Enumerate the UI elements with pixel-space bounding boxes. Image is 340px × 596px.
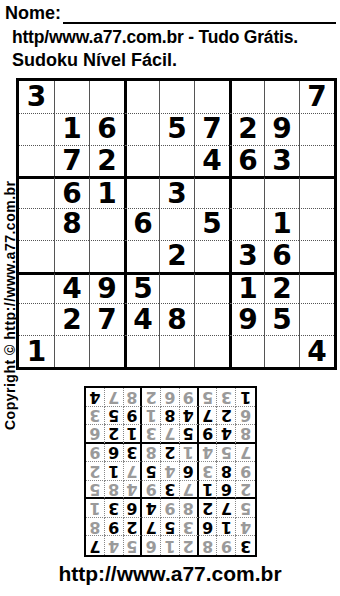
puzzle-cell-r1c5 — [159, 81, 194, 113]
solution-cell-r8c7: 9 — [124, 407, 143, 426]
puzzle-cell-r4c6 — [194, 176, 229, 208]
solution-cell-r8c9: 3 — [86, 407, 105, 426]
solution-cell-r1c9: 7 — [86, 536, 105, 555]
solution-cell-r3c5: 9 — [161, 499, 180, 518]
solution-cell-r5c9: 2 — [86, 462, 105, 481]
puzzle-cell-r6c8: 6 — [264, 240, 299, 272]
puzzle-cell-r7c4: 5 — [124, 272, 159, 304]
puzzle-cell-r3c1 — [19, 145, 54, 177]
solution-grid: 3982165474163572985728946312617394859836… — [84, 386, 257, 557]
solution-cell-r5c1: 9 — [236, 462, 255, 481]
puzzle-cell-r5c9 — [299, 208, 334, 240]
puzzle-cell-r9c3 — [89, 335, 124, 367]
sudoku-print-page: Nome: http/www.a77.com.br - Tudo Grátis.… — [0, 0, 340, 596]
puzzle-cell-r4c1 — [19, 176, 54, 208]
puzzle-cell-r6c3 — [89, 240, 124, 272]
puzzle-cell-r7c8: 2 — [264, 272, 299, 304]
puzzle-cell-r4c7 — [229, 176, 264, 208]
solution-cell-r3c9: 1 — [86, 499, 105, 518]
solution-cell-r9c2: 3 — [217, 388, 236, 407]
puzzle-cell-r8c3: 7 — [89, 303, 124, 335]
puzzle-cell-r8c8: 5 — [264, 303, 299, 335]
name-label: Nome: — [5, 2, 61, 24]
solution-cell-r4c8: 8 — [105, 481, 124, 500]
solution-cell-r4c4: 7 — [180, 481, 199, 500]
puzzle-cell-r9c2 — [54, 335, 89, 367]
puzzle-cell-r5c3 — [89, 208, 124, 240]
solution-cell-r7c6: 3 — [142, 425, 161, 444]
puzzle-cell-r1c3 — [89, 81, 124, 113]
solution-cell-r9c1: 1 — [236, 388, 255, 407]
solution-cell-r9c9: 4 — [86, 388, 105, 407]
puzzle-cell-r2c9 — [299, 113, 334, 145]
puzzle-cell-r2c1 — [19, 113, 54, 145]
solution-cell-r7c2: 4 — [217, 425, 236, 444]
puzzle-cell-r3c3: 2 — [89, 145, 124, 177]
solution-cell-r7c7: 1 — [124, 425, 143, 444]
puzzle-cell-r2c2: 1 — [54, 113, 89, 145]
solution-cell-r9c4: 9 — [180, 388, 199, 407]
puzzle-cell-r2c5: 5 — [159, 113, 194, 145]
puzzle-cell-r5c1 — [19, 208, 54, 240]
puzzle-cell-r1c6 — [194, 81, 229, 113]
solution-cell-r3c8: 3 — [105, 499, 124, 518]
solution-cell-r7c4: 5 — [180, 425, 199, 444]
solution-cell-r5c8: 1 — [105, 462, 124, 481]
solution-cell-r4c5: 3 — [161, 481, 180, 500]
puzzle-cell-r4c2: 6 — [54, 176, 89, 208]
solution-cell-r1c6: 6 — [142, 536, 161, 555]
puzzle-cell-r7c7: 1 — [229, 272, 264, 304]
solution-cell-r2c3: 6 — [199, 518, 218, 537]
puzzle-cell-r2c3: 6 — [89, 113, 124, 145]
puzzle-title: Sudoku Nível Fácil. — [12, 50, 177, 71]
solution-cell-r6c8: 6 — [105, 444, 124, 463]
puzzle-cell-r3c6: 4 — [194, 145, 229, 177]
solution-cell-r8c4: 4 — [180, 407, 199, 426]
solution-cell-r2c5: 5 — [161, 518, 180, 537]
puzzle-cell-r7c9 — [299, 272, 334, 304]
solution-cell-r8c3: 7 — [199, 407, 218, 426]
puzzle-cell-r1c8 — [264, 81, 299, 113]
solution-cell-r5c7: 7 — [124, 462, 143, 481]
solution-cell-r2c8: 9 — [105, 518, 124, 537]
solution-cell-r2c6: 7 — [142, 518, 161, 537]
solution-cell-r4c9: 5 — [86, 481, 105, 500]
puzzle-cell-r1c7 — [229, 81, 264, 113]
solution-cell-r5c4: 6 — [180, 462, 199, 481]
solution-cell-r9c7: 8 — [124, 388, 143, 407]
solution-cell-r9c3: 5 — [199, 388, 218, 407]
solution-cell-r8c1: 6 — [236, 407, 255, 426]
puzzle-cell-r6c6 — [194, 240, 229, 272]
puzzle-cell-r4c4 — [124, 176, 159, 208]
solution-cell-r1c7: 5 — [124, 536, 143, 555]
solution-cell-r1c8: 4 — [105, 536, 124, 555]
solution-cell-r4c2: 6 — [217, 481, 236, 500]
solution-cell-r7c9: 6 — [86, 425, 105, 444]
puzzle-cell-r3c8: 3 — [264, 145, 299, 177]
puzzle-cell-r8c1 — [19, 303, 54, 335]
solution-cell-r8c5: 8 — [161, 407, 180, 426]
solution-cell-r4c1: 2 — [236, 481, 255, 500]
puzzle-cell-r9c9: 4 — [299, 335, 334, 367]
solution-cell-r3c3: 2 — [199, 499, 218, 518]
puzzle-cell-r3c4 — [124, 145, 159, 177]
solution-cell-r7c8: 2 — [105, 425, 124, 444]
solution-cell-r6c4: 1 — [180, 444, 199, 463]
puzzle-cell-r5c6: 5 — [194, 208, 229, 240]
puzzle-cell-r5c7 — [229, 208, 264, 240]
puzzle-cell-r1c1: 3 — [19, 81, 54, 113]
puzzle-cell-r7c6 — [194, 272, 229, 304]
puzzle-cell-r9c6 — [194, 335, 229, 367]
solution-cell-r8c2: 2 — [217, 407, 236, 426]
solution-cell-r9c8: 7 — [105, 388, 124, 407]
puzzle-cell-r6c7: 3 — [229, 240, 264, 272]
solution-cell-r7c5: 7 — [161, 425, 180, 444]
solution-cell-r7c1: 8 — [236, 425, 255, 444]
name-underline — [63, 1, 336, 24]
puzzle-cell-r1c4 — [124, 81, 159, 113]
puzzle-cell-r8c9 — [299, 303, 334, 335]
solution-cell-r8c8: 5 — [105, 407, 124, 426]
puzzle-cell-r2c8: 9 — [264, 113, 299, 145]
solution-cell-r1c5: 1 — [161, 536, 180, 555]
solution-cell-r1c2: 9 — [217, 536, 236, 555]
solution-cell-r1c1: 3 — [236, 536, 255, 555]
puzzle-cell-r2c7: 2 — [229, 113, 264, 145]
solution-cell-r6c9: 9 — [86, 444, 105, 463]
solution-cell-r6c5: 2 — [161, 444, 180, 463]
puzzle-cell-r4c8 — [264, 176, 299, 208]
puzzle-cell-r8c5: 8 — [159, 303, 194, 335]
puzzle-cell-r3c5 — [159, 145, 194, 177]
solution-cell-r3c1: 5 — [236, 499, 255, 518]
puzzle-cell-r8c4: 4 — [124, 303, 159, 335]
puzzle-cell-r2c6: 7 — [194, 113, 229, 145]
puzzle-cell-r7c1 — [19, 272, 54, 304]
puzzle-cell-r5c8: 1 — [264, 208, 299, 240]
solution-cell-r4c3: 1 — [199, 481, 218, 500]
solution-cell-r6c3: 4 — [199, 444, 218, 463]
solution-cell-r9c5: 6 — [161, 388, 180, 407]
puzzle-cell-r4c3: 1 — [89, 176, 124, 208]
solution-cell-r6c7: 3 — [124, 444, 143, 463]
solution-cell-r6c6: 8 — [142, 444, 161, 463]
puzzle-cell-r9c1: 1 — [19, 335, 54, 367]
solution-cell-r2c9: 8 — [86, 518, 105, 537]
solution-cell-r5c6: 5 — [142, 462, 161, 481]
solution-cell-r3c4: 8 — [180, 499, 199, 518]
solution-cell-r4c6: 9 — [142, 481, 161, 500]
footer-url: http://www.a77.com.br — [0, 562, 340, 586]
puzzle-cell-r7c2: 4 — [54, 272, 89, 304]
puzzle-cell-r2c4 — [124, 113, 159, 145]
solution-cell-r1c3: 8 — [199, 536, 218, 555]
puzzle-cell-r7c5 — [159, 272, 194, 304]
solution-cell-r2c2: 1 — [217, 518, 236, 537]
solution-cell-r5c5: 4 — [161, 462, 180, 481]
puzzle-cell-r5c5 — [159, 208, 194, 240]
puzzle-cell-r1c9: 7 — [299, 81, 334, 113]
puzzle-cell-r9c7 — [229, 335, 264, 367]
puzzle-cell-r8c6 — [194, 303, 229, 335]
solution-cell-r2c4: 3 — [180, 518, 199, 537]
puzzle-cell-r6c1 — [19, 240, 54, 272]
puzzle-cell-r6c2 — [54, 240, 89, 272]
puzzle-cell-r9c4 — [124, 335, 159, 367]
solution-cell-r2c1: 4 — [236, 518, 255, 537]
solution-cell-r6c1: 7 — [236, 444, 255, 463]
solution-cell-r1c4: 2 — [180, 536, 199, 555]
puzzle-cell-r3c7: 6 — [229, 145, 264, 177]
puzzle-cell-r5c4: 6 — [124, 208, 159, 240]
puzzle-cell-r8c7: 9 — [229, 303, 264, 335]
puzzle-cell-r3c2: 7 — [54, 145, 89, 177]
site-url-line: http/www.a77.com.br - Tudo Grátis. — [12, 27, 298, 48]
puzzle-cell-r3c9 — [299, 145, 334, 177]
name-row: Nome: — [5, 2, 336, 24]
solution-cell-r3c2: 7 — [217, 499, 236, 518]
puzzle-cell-r1c2 — [54, 81, 89, 113]
puzzle-grid: 371657297246361386512364951227489514 — [16, 78, 337, 370]
solution-cell-r8c6: 1 — [142, 407, 161, 426]
solution-cell-r5c2: 8 — [217, 462, 236, 481]
puzzle-cell-r9c5 — [159, 335, 194, 367]
solution-cell-r4c7: 4 — [124, 481, 143, 500]
solution-cell-r9c6: 2 — [142, 388, 161, 407]
puzzle-cell-r5c2: 8 — [54, 208, 89, 240]
solution-cell-r3c7: 6 — [124, 499, 143, 518]
solution-cell-r7c3: 9 — [199, 425, 218, 444]
puzzle-cell-r8c2: 2 — [54, 303, 89, 335]
solution-cell-r3c6: 4 — [142, 499, 161, 518]
puzzle-cell-r4c5: 3 — [159, 176, 194, 208]
solution-cell-r2c7: 2 — [124, 518, 143, 537]
solution-cell-r5c3: 3 — [199, 462, 218, 481]
puzzle-cell-r7c3: 9 — [89, 272, 124, 304]
puzzle-cell-r9c8 — [264, 335, 299, 367]
puzzle-cell-r4c9 — [299, 176, 334, 208]
solution-cell-r6c2: 5 — [217, 444, 236, 463]
puzzle-cell-r6c5: 2 — [159, 240, 194, 272]
puzzle-cell-r6c9 — [299, 240, 334, 272]
puzzle-cell-r6c4 — [124, 240, 159, 272]
